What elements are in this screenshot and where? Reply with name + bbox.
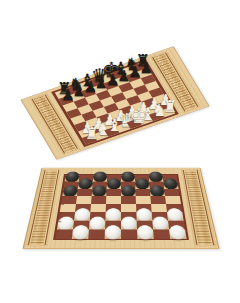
checkers-square (76, 196, 92, 204)
checkers-square (163, 182, 178, 189)
checkers-square (152, 221, 169, 230)
checkers-square (150, 196, 166, 204)
checkers-square (121, 221, 137, 230)
checkers-grid (53, 174, 189, 240)
checkers-square (90, 204, 106, 212)
checkers-square (77, 189, 92, 196)
checkers-square (169, 229, 187, 238)
checkers-square (106, 196, 121, 204)
black-checker (121, 171, 135, 181)
checkers-square (135, 189, 150, 196)
white-checker (137, 225, 154, 239)
checkers-square (91, 196, 106, 204)
checkers-square (137, 229, 154, 238)
black-checker (78, 178, 93, 189)
chess-board: ♜♞♝♛♚♝♞♜♟♟♟♟♟♟♟♟♟♟♟♟♟♟♟♟♜♞♝♛♚♝♞♜ (20, 46, 209, 159)
white-checker (136, 208, 152, 221)
checkers-square (153, 229, 170, 238)
checkers-square (89, 221, 105, 230)
black-checker (149, 185, 165, 196)
checkers-square (92, 189, 107, 196)
checkers-square (149, 175, 164, 182)
checkers-square (121, 196, 136, 204)
black-checker (107, 178, 121, 189)
checkers-square (135, 182, 150, 189)
black-checker (148, 171, 163, 181)
product-photo-scene: ♜♞♝♛♚♝♞♜♟♟♟♟♟♟♟♟♟♟♟♟♟♟♟♟♜♞♝♛♚♝♞♜ (0, 0, 240, 303)
checkers-square (121, 204, 136, 212)
checkers-square (105, 212, 121, 220)
checkers-square (106, 189, 121, 196)
checkers-square (136, 212, 152, 220)
black-checker (135, 178, 150, 189)
checkers-board (22, 168, 219, 249)
checkers-square (88, 229, 105, 238)
checkers-square (121, 229, 137, 238)
white-checker (72, 225, 90, 239)
checkers-square (136, 196, 151, 204)
checkers-square (121, 175, 135, 182)
checkers-square (78, 182, 93, 189)
white-checker (121, 216, 137, 229)
white-checker (105, 208, 121, 221)
checkers-square (150, 189, 165, 196)
checkers-square (72, 229, 89, 238)
chess-piece-white-rook: ♜ (163, 99, 176, 115)
checkers-square (105, 229, 121, 238)
checkers-square (107, 182, 121, 189)
white-checker (105, 225, 121, 239)
checkers-square (167, 212, 184, 220)
black-checker (92, 185, 107, 196)
black-checker (93, 171, 108, 181)
white-checker (89, 216, 106, 229)
checkers-square (151, 204, 167, 212)
white-checker (74, 208, 91, 221)
chess-square: ♜ (160, 107, 175, 117)
checkers-square (74, 212, 90, 220)
checkers-square (164, 189, 180, 196)
chess-grid: ♜♞♝♛♚♝♞♜♟♟♟♟♟♟♟♟♟♟♟♟♟♟♟♟♜♞♝♛♚♝♞♜ (51, 59, 179, 147)
checkers-square (93, 175, 107, 182)
black-checker (121, 185, 136, 196)
checkers-square (165, 196, 181, 204)
checkers-square (121, 189, 136, 196)
